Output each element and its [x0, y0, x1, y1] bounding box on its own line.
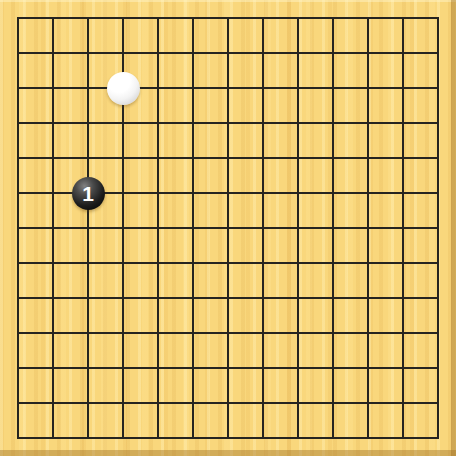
- stone-move-number: 1: [82, 183, 94, 204]
- black-stone[interactable]: 1: [72, 177, 105, 210]
- go-board[interactable]: 1: [0, 0, 456, 456]
- board-grid: [17, 17, 439, 439]
- white-stone[interactable]: [107, 72, 140, 105]
